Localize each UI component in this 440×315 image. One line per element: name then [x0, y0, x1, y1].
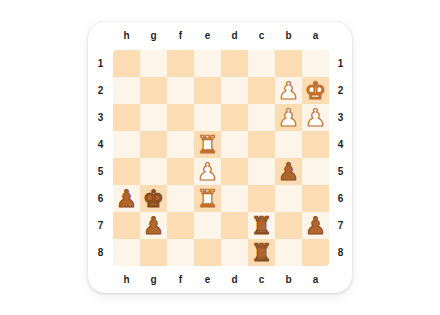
- square-c8[interactable]: ♜: [248, 239, 275, 266]
- rank-label-2: 2: [98, 86, 104, 96]
- square-b2[interactable]: ♟: [275, 77, 302, 104]
- files-bottom: hgfedcba: [113, 266, 329, 293]
- square-h4[interactable]: [113, 131, 140, 158]
- square-c4[interactable]: [248, 131, 275, 158]
- square-h5[interactable]: [113, 158, 140, 185]
- square-e1[interactable]: [194, 50, 221, 77]
- white-rook[interactable]: ♜: [197, 187, 219, 211]
- file-label-e: e: [194, 31, 221, 41]
- file-label-h: h: [113, 31, 140, 41]
- file-label-b: b: [275, 275, 302, 285]
- square-b1[interactable]: [275, 50, 302, 77]
- square-c1[interactable]: [248, 50, 275, 77]
- square-b8[interactable]: [275, 239, 302, 266]
- rank-label-6: 6: [98, 194, 104, 204]
- black-pawn[interactable]: ♟: [116, 187, 138, 211]
- square-h8[interactable]: [113, 239, 140, 266]
- square-d3[interactable]: [221, 104, 248, 131]
- square-a5[interactable]: [302, 158, 329, 185]
- square-c3[interactable]: [248, 104, 275, 131]
- square-e8[interactable]: [194, 239, 221, 266]
- rank-label-4: 4: [98, 140, 104, 150]
- file-label-b: b: [275, 31, 302, 41]
- square-g5[interactable]: [140, 158, 167, 185]
- file-label-a: a: [302, 31, 329, 41]
- files-top: hgfedcba: [113, 22, 329, 50]
- square-a8[interactable]: [302, 239, 329, 266]
- square-e4[interactable]: ♜: [194, 131, 221, 158]
- square-f6[interactable]: [167, 185, 194, 212]
- chess-board-card: hgfedcba 12345678 ♟♚♟♟♜♟♟♟♚♜♟♜♟♜ 1234567…: [88, 22, 352, 293]
- rank-label-3: 3: [98, 113, 104, 123]
- rank-label-3: 3: [338, 113, 344, 123]
- square-h6[interactable]: ♟: [113, 185, 140, 212]
- white-pawn[interactable]: ♟: [278, 79, 300, 103]
- rank-label-4: 4: [338, 140, 344, 150]
- black-pawn[interactable]: ♟: [143, 214, 165, 238]
- file-label-c: c: [248, 31, 275, 41]
- black-pawn[interactable]: ♟: [305, 214, 327, 238]
- square-g1[interactable]: [140, 50, 167, 77]
- file-label-d: d: [221, 275, 248, 285]
- square-b3[interactable]: ♟: [275, 104, 302, 131]
- rank-label-8: 8: [338, 248, 344, 258]
- square-g4[interactable]: [140, 131, 167, 158]
- square-d1[interactable]: [221, 50, 248, 77]
- square-g6[interactable]: ♚: [140, 185, 167, 212]
- square-b6[interactable]: [275, 185, 302, 212]
- square-f3[interactable]: [167, 104, 194, 131]
- white-rook[interactable]: ♜: [197, 133, 219, 157]
- square-a2[interactable]: ♚: [302, 77, 329, 104]
- white-pawn[interactable]: ♟: [197, 160, 219, 184]
- board: ♟♚♟♟♜♟♟♟♚♜♟♜♟♜: [113, 50, 329, 266]
- square-f1[interactable]: [167, 50, 194, 77]
- rank-label-1: 1: [338, 59, 344, 69]
- square-e2[interactable]: [194, 77, 221, 104]
- square-d5[interactable]: [221, 158, 248, 185]
- square-c2[interactable]: [248, 77, 275, 104]
- square-e7[interactable]: [194, 212, 221, 239]
- square-e5[interactable]: ♟: [194, 158, 221, 185]
- white-king[interactable]: ♚: [305, 79, 327, 103]
- file-label-g: g: [140, 31, 167, 41]
- square-c7[interactable]: ♜: [248, 212, 275, 239]
- rank-label-7: 7: [338, 221, 344, 231]
- square-a6[interactable]: [302, 185, 329, 212]
- rank-label-8: 8: [98, 248, 104, 258]
- square-a7[interactable]: ♟: [302, 212, 329, 239]
- file-label-c: c: [248, 275, 275, 285]
- file-label-h: h: [113, 275, 140, 285]
- square-a3[interactable]: ♟: [302, 104, 329, 131]
- square-f7[interactable]: [167, 212, 194, 239]
- square-a1[interactable]: [302, 50, 329, 77]
- square-e6[interactable]: ♜: [194, 185, 221, 212]
- black-rook[interactable]: ♜: [251, 214, 273, 238]
- square-h2[interactable]: [113, 77, 140, 104]
- square-d2[interactable]: [221, 77, 248, 104]
- square-b7[interactable]: [275, 212, 302, 239]
- square-f4[interactable]: [167, 131, 194, 158]
- square-g7[interactable]: ♟: [140, 212, 167, 239]
- square-f5[interactable]: [167, 158, 194, 185]
- square-d6[interactable]: [221, 185, 248, 212]
- square-c5[interactable]: [248, 158, 275, 185]
- square-h1[interactable]: [113, 50, 140, 77]
- rank-label-2: 2: [338, 86, 344, 96]
- file-label-f: f: [167, 31, 194, 41]
- square-b5[interactable]: ♟: [275, 158, 302, 185]
- ranks-right: 12345678: [329, 50, 352, 266]
- square-e3[interactable]: [194, 104, 221, 131]
- black-king[interactable]: ♚: [143, 187, 165, 211]
- square-h3[interactable]: [113, 104, 140, 131]
- square-d8[interactable]: [221, 239, 248, 266]
- square-g3[interactable]: [140, 104, 167, 131]
- file-label-e: e: [194, 275, 221, 285]
- square-f8[interactable]: [167, 239, 194, 266]
- square-d7[interactable]: [221, 212, 248, 239]
- file-label-d: d: [221, 31, 248, 41]
- rank-label-7: 7: [98, 221, 104, 231]
- square-c6[interactable]: [248, 185, 275, 212]
- file-label-f: f: [167, 275, 194, 285]
- black-pawn[interactable]: ♟: [278, 160, 300, 184]
- square-g2[interactable]: [140, 77, 167, 104]
- square-g8[interactable]: [140, 239, 167, 266]
- square-a4[interactable]: [302, 131, 329, 158]
- rank-label-5: 5: [98, 167, 104, 177]
- file-label-a: a: [302, 275, 329, 285]
- white-pawn[interactable]: ♟: [305, 106, 327, 130]
- square-b4[interactable]: [275, 131, 302, 158]
- ranks-left: 12345678: [88, 50, 113, 266]
- white-pawn[interactable]: ♟: [278, 106, 300, 130]
- square-h7[interactable]: [113, 212, 140, 239]
- square-f2[interactable]: [167, 77, 194, 104]
- rank-label-1: 1: [98, 59, 104, 69]
- rank-label-5: 5: [338, 167, 344, 177]
- file-label-g: g: [140, 275, 167, 285]
- rank-label-6: 6: [338, 194, 344, 204]
- black-rook[interactable]: ♜: [251, 241, 273, 265]
- square-d4[interactable]: [221, 131, 248, 158]
